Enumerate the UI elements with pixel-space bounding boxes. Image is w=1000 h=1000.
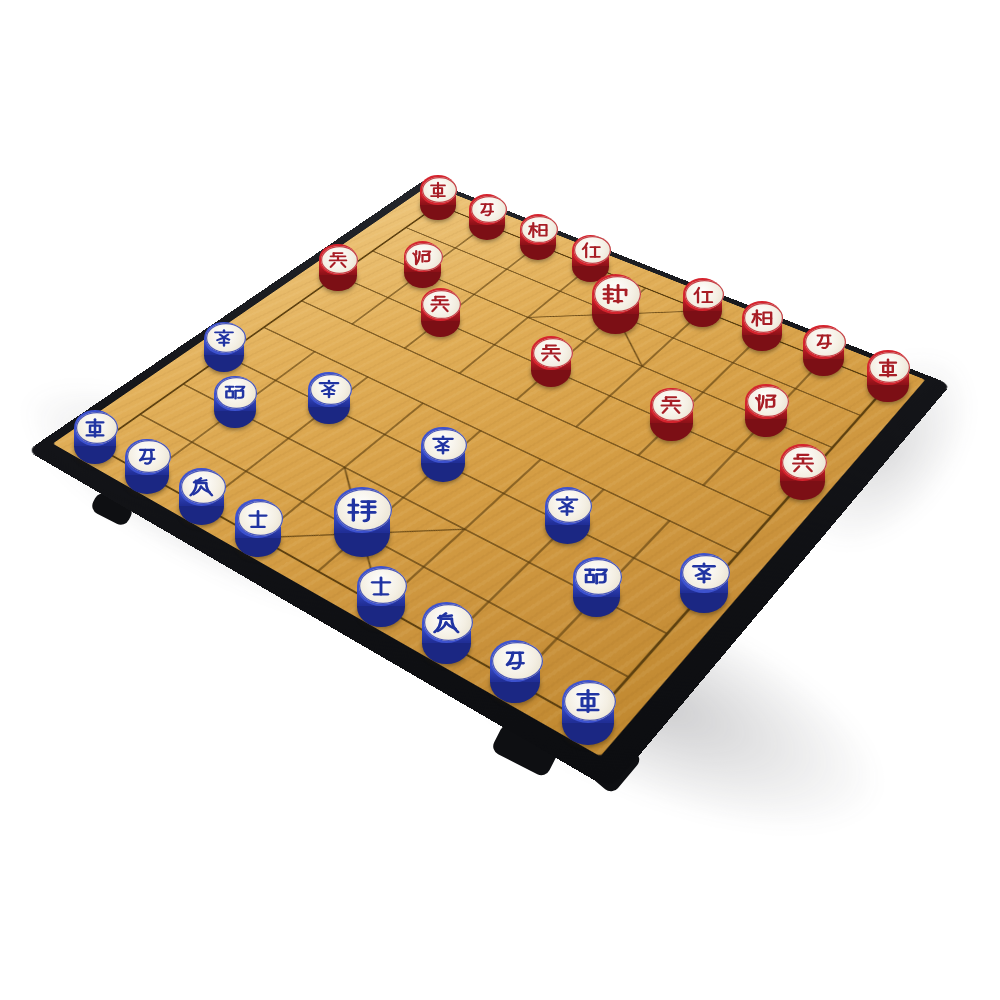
piece-blue-horse[interactable] <box>125 439 169 494</box>
piece-red-soldier[interactable] <box>780 444 824 500</box>
piece-red-soldier[interactable] <box>531 336 572 387</box>
piece-face <box>562 680 614 723</box>
cannon-glyph-icon <box>753 391 779 413</box>
piece-red-horse[interactable] <box>469 194 505 239</box>
soldier-glyph-icon <box>428 294 452 314</box>
piece-blue-soldier[interactable] <box>545 487 590 544</box>
advisor-glyph-icon <box>691 284 715 304</box>
piece-face <box>214 376 256 411</box>
piece-face <box>867 350 908 385</box>
piece-face <box>404 241 441 272</box>
piece-face <box>421 288 460 321</box>
piece-face <box>179 468 224 506</box>
piece-face <box>235 499 281 537</box>
piece-face <box>308 372 350 407</box>
piece-face <box>357 566 405 606</box>
piece-blue-general[interactable] <box>334 487 390 557</box>
piece-face <box>520 214 557 245</box>
piece-face <box>531 336 572 370</box>
piece-face <box>125 439 169 476</box>
soldier-glyph-icon <box>553 494 581 518</box>
piece-face <box>319 244 356 275</box>
piece-face <box>683 278 722 311</box>
advisor-glyph-icon <box>366 574 396 599</box>
piece-red-chariot[interactable] <box>420 175 455 219</box>
piece-red-cannon[interactable] <box>404 241 441 288</box>
soldier-glyph-icon <box>326 250 349 270</box>
piece-face <box>803 325 843 359</box>
piece-blue-soldier[interactable] <box>680 553 728 613</box>
piece-red-advisor[interactable] <box>683 278 722 327</box>
product-photo-scene <box>0 0 1000 1000</box>
piece-face <box>592 274 639 314</box>
piece-red-cannon[interactable] <box>745 384 787 437</box>
piece-face <box>422 602 471 643</box>
soldier-glyph-icon <box>212 328 237 349</box>
piece-red-chariot[interactable] <box>867 350 908 402</box>
piece-blue-elephant[interactable] <box>179 468 224 524</box>
piece-blue-cannon[interactable] <box>214 376 256 429</box>
piece-blue-soldier[interactable] <box>421 427 464 482</box>
piece-red-elephant[interactable] <box>520 214 557 260</box>
piece-blue-soldier[interactable] <box>308 372 350 424</box>
horse-glyph-icon <box>476 200 498 219</box>
piece-face <box>420 175 455 205</box>
piece-face <box>490 640 540 682</box>
chariot-glyph-icon <box>427 181 449 199</box>
piece-face <box>74 410 117 446</box>
piece-face <box>204 322 244 356</box>
piece-red-soldier[interactable] <box>421 288 460 337</box>
piece-blue-advisor[interactable] <box>235 499 281 557</box>
piece-blue-elephant[interactable] <box>422 602 471 664</box>
piece-blue-chariot[interactable] <box>74 410 117 464</box>
horse-glyph-icon <box>133 445 160 468</box>
elephant-glyph-icon <box>188 475 216 498</box>
soldier-glyph-icon <box>658 394 684 416</box>
chariot-glyph-icon <box>875 357 901 378</box>
piece-face <box>650 388 692 424</box>
piece-face <box>573 557 621 597</box>
general-glyph-icon <box>344 496 379 525</box>
elephant-glyph-icon <box>527 220 550 239</box>
piece-blue-advisor[interactable] <box>357 566 405 626</box>
piece-blue-soldier[interactable] <box>204 322 244 372</box>
advisor-glyph-icon <box>579 241 602 260</box>
piece-red-horse[interactable] <box>803 325 843 376</box>
piece-face <box>545 487 590 525</box>
piece-face <box>780 444 824 481</box>
soldier-glyph-icon <box>316 379 342 401</box>
soldier-glyph-icon <box>538 342 563 363</box>
cannon-glyph-icon <box>582 565 612 590</box>
piece-red-general[interactable] <box>592 274 639 334</box>
soldier-glyph-icon <box>429 434 456 457</box>
general-glyph-icon <box>601 282 630 307</box>
piece-face <box>421 427 464 464</box>
piece-blue-horse[interactable] <box>490 640 540 704</box>
piece-face <box>469 194 505 224</box>
piece-red-elephant[interactable] <box>742 301 782 351</box>
piece-red-soldier[interactable] <box>319 244 356 291</box>
chariot-glyph-icon <box>82 417 108 439</box>
horse-glyph-icon <box>500 648 531 674</box>
piece-blue-chariot[interactable] <box>562 680 614 745</box>
cannon-glyph-icon <box>411 247 434 266</box>
horse-glyph-icon <box>811 332 836 353</box>
piece-face <box>742 301 782 334</box>
piece-blue-cannon[interactable] <box>573 557 621 617</box>
elephant-glyph-icon <box>431 610 461 636</box>
advisor-glyph-icon <box>244 507 272 531</box>
piece-face <box>334 487 390 534</box>
piece-red-soldier[interactable] <box>650 388 692 441</box>
soldier-glyph-icon <box>689 560 719 585</box>
soldier-glyph-icon <box>789 451 816 474</box>
elephant-glyph-icon <box>750 308 775 329</box>
cannon-glyph-icon <box>222 382 248 404</box>
chariot-glyph-icon <box>572 688 604 715</box>
piece-face <box>680 553 728 593</box>
